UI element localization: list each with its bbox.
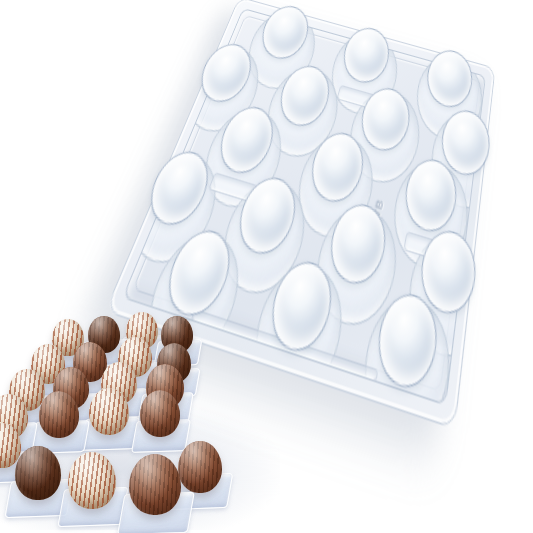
gloss-highlight — [129, 454, 181, 515]
truffle-dark — [15, 446, 61, 500]
truffle-milk — [178, 441, 222, 493]
gloss-highlight — [178, 441, 222, 493]
truffle-milk — [140, 390, 180, 437]
product-photo-scene: BWB9g — [0, 0, 533, 533]
truffles-cluster — [0, 0, 533, 533]
gloss-highlight — [89, 388, 129, 435]
truffle-milk — [129, 454, 181, 515]
truffle-milk — [39, 391, 79, 438]
truffle-white — [89, 388, 129, 435]
gloss-highlight — [140, 390, 180, 437]
truffle-white — [68, 452, 116, 508]
gloss-highlight — [15, 446, 61, 500]
gloss-highlight — [39, 391, 79, 438]
gloss-highlight — [68, 452, 116, 508]
